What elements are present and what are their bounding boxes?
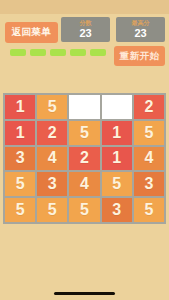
restart-button[interactable]: 重新开始 <box>114 46 165 66</box>
tile[interactable]: 4 <box>134 147 164 171</box>
tile[interactable]: 2 <box>37 121 67 145</box>
progress-pill <box>50 49 66 56</box>
progress-pill <box>90 49 106 56</box>
tile[interactable]: 3 <box>134 172 164 196</box>
tile[interactable]: 5 <box>69 198 99 222</box>
tile[interactable]: 2 <box>69 147 99 171</box>
best-score-label: 最高分 <box>132 20 150 27</box>
tile[interactable]: 5 <box>102 172 132 196</box>
tile[interactable]: 5 <box>134 198 164 222</box>
tile[interactable]: 1 <box>102 147 132 171</box>
board[interactable]: 15212515342145345355535 <box>3 93 166 224</box>
tile[interactable]: 5 <box>5 172 35 196</box>
tile[interactable]: 4 <box>69 172 99 196</box>
empty-cell <box>69 95 99 119</box>
tile[interactable]: 3 <box>37 172 67 196</box>
progress-pills <box>10 49 106 56</box>
tile[interactable]: 5 <box>69 121 99 145</box>
back-to-menu-button[interactable]: 返回菜单 <box>5 22 58 43</box>
progress-pill <box>10 49 26 56</box>
empty-cell <box>102 95 132 119</box>
tile[interactable]: 5 <box>37 95 67 119</box>
game-screen: 返回菜单 分数 23 最高分 23 重新开始 15212515342145345… <box>0 0 169 300</box>
best-score-value: 23 <box>134 27 146 39</box>
tile[interactable]: 2 <box>134 95 164 119</box>
tile[interactable]: 3 <box>102 198 132 222</box>
progress-pill <box>30 49 46 56</box>
tile[interactable]: 1 <box>5 95 35 119</box>
best-score-box: 最高分 23 <box>116 17 165 42</box>
score-value: 23 <box>79 27 91 39</box>
score-box: 分数 23 <box>61 17 110 42</box>
tile[interactable]: 1 <box>5 121 35 145</box>
progress-pill <box>70 49 86 56</box>
tile[interactable]: 5 <box>134 121 164 145</box>
score-label: 分数 <box>80 20 92 27</box>
tile[interactable]: 5 <box>37 198 67 222</box>
home-indicator-bar[interactable] <box>54 292 115 295</box>
top-banner-strip <box>0 0 169 14</box>
tile[interactable]: 1 <box>102 121 132 145</box>
tile[interactable]: 4 <box>37 147 67 171</box>
tile[interactable]: 5 <box>5 198 35 222</box>
tile[interactable]: 3 <box>5 147 35 171</box>
